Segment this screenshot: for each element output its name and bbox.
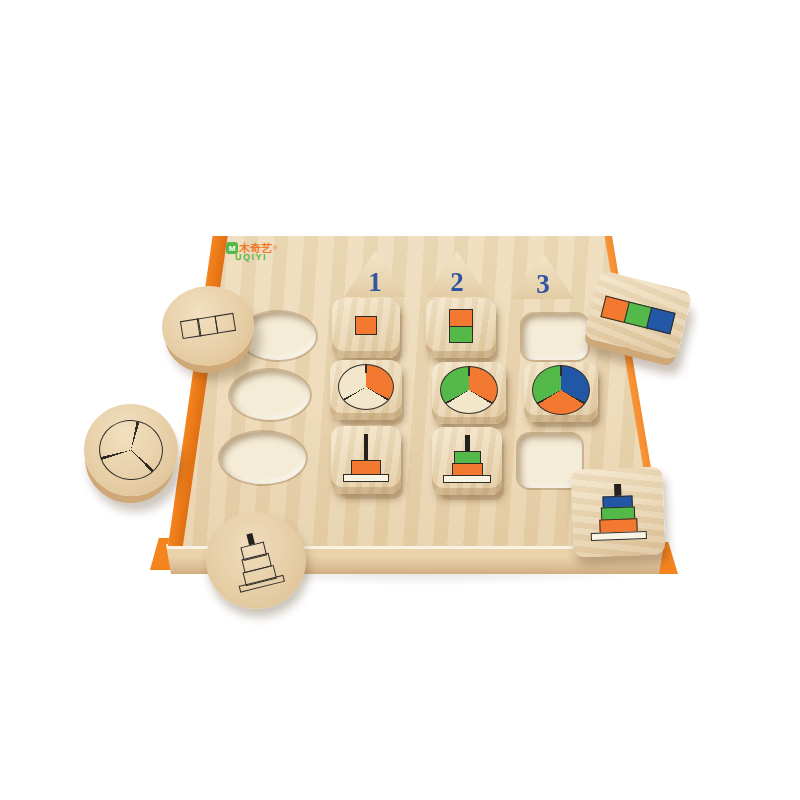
- piece-disc-tower-outline[interactable]: [206, 512, 306, 609]
- square-1part-graphic: [355, 316, 377, 335]
- piece-disc-pie-outline[interactable]: [79, 399, 182, 500]
- circle-recess-row3[interactable]: [220, 432, 306, 484]
- piece-tile-tower-colored[interactable]: [570, 466, 665, 557]
- board-left-rail: [155, 233, 228, 551]
- strip-colored-graphic: [601, 296, 676, 335]
- tile-tower-1block[interactable]: [331, 426, 401, 494]
- tower-colored-graphic: [589, 483, 647, 541]
- number-house-2[interactable]: 2: [426, 251, 488, 297]
- number-house-3[interactable]: 3: [512, 253, 574, 299]
- square-recess-row1-col3[interactable]: [522, 314, 588, 360]
- tile-pie-1of3[interactable]: [330, 360, 402, 420]
- column-number-2: 2: [450, 267, 464, 297]
- tower-1block-graphic: [343, 434, 389, 481]
- tower-2block-graphic: [443, 435, 491, 483]
- tile-square-2of3[interactable]: [426, 298, 496, 358]
- pie-2part-graphic: [440, 366, 498, 414]
- pie-1part-graphic: [338, 364, 394, 410]
- tile-pie-2of3[interactable]: [432, 362, 506, 424]
- strip-outline-graphic: [180, 313, 236, 339]
- square-2part-graphic: [449, 309, 473, 342]
- tile-tower-2blocks[interactable]: [432, 427, 502, 495]
- column-number-1: 1: [368, 267, 382, 297]
- tile-pie-3of3[interactable]: [524, 362, 598, 422]
- pie-outline-graphic: [96, 417, 166, 483]
- brand-name-latin: UQIYI: [235, 252, 316, 263]
- pie-3part-graphic: [532, 365, 590, 415]
- column-number-3: 3: [536, 269, 550, 299]
- registered-mark: ®: [273, 243, 277, 254]
- number-house-1[interactable]: 1: [344, 251, 406, 297]
- circle-recess-row2[interactable]: [230, 370, 310, 420]
- product-photo-scene: M 木奇艺 ® UQIYI 1 2 3: [0, 0, 800, 800]
- tile-square-1of3[interactable]: [332, 298, 400, 358]
- tower-outline-graphic: [227, 528, 285, 592]
- brand-logo: M 木奇艺 ® UQIYI: [226, 242, 316, 263]
